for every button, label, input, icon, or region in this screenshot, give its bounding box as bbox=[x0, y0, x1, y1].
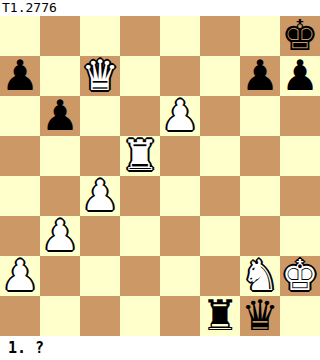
square-c5[interactable] bbox=[80, 136, 120, 176]
square-h5[interactable] bbox=[280, 136, 320, 176]
square-a5[interactable] bbox=[0, 136, 40, 176]
square-a3[interactable] bbox=[0, 216, 40, 256]
square-b5[interactable] bbox=[40, 136, 80, 176]
square-c7[interactable]: ♛ bbox=[80, 56, 120, 96]
square-b6[interactable]: ♟ bbox=[40, 96, 80, 136]
square-f7[interactable] bbox=[200, 56, 240, 96]
square-e8[interactable] bbox=[160, 16, 200, 56]
square-b4[interactable] bbox=[40, 176, 80, 216]
square-d4[interactable] bbox=[120, 176, 160, 216]
square-h7[interactable]: ♟ bbox=[280, 56, 320, 96]
square-e5[interactable] bbox=[160, 136, 200, 176]
square-d2[interactable] bbox=[120, 256, 160, 296]
white-king-piece: ♚ bbox=[281, 256, 319, 296]
square-f5[interactable] bbox=[200, 136, 240, 176]
square-b2[interactable] bbox=[40, 256, 80, 296]
square-e7[interactable] bbox=[160, 56, 200, 96]
square-e2[interactable] bbox=[160, 256, 200, 296]
white-pawn-piece: ♟ bbox=[41, 216, 79, 256]
square-g7[interactable]: ♟ bbox=[240, 56, 280, 96]
square-f2[interactable] bbox=[200, 256, 240, 296]
square-h6[interactable] bbox=[280, 96, 320, 136]
square-a6[interactable] bbox=[0, 96, 40, 136]
square-g4[interactable] bbox=[240, 176, 280, 216]
square-e4[interactable] bbox=[160, 176, 200, 216]
square-c4[interactable]: ♟ bbox=[80, 176, 120, 216]
square-a4[interactable] bbox=[0, 176, 40, 216]
white-rook-piece: ♜ bbox=[121, 136, 159, 176]
square-g6[interactable] bbox=[240, 96, 280, 136]
square-a7[interactable]: ♟ bbox=[0, 56, 40, 96]
chess-puzzle-window: T1.2776 ♚♟♛♟♟♟♟♜♟♟♟♞♚♜♛ 1. ? bbox=[0, 0, 320, 360]
square-d8[interactable] bbox=[120, 16, 160, 56]
square-f8[interactable] bbox=[200, 16, 240, 56]
square-e6[interactable]: ♟ bbox=[160, 96, 200, 136]
square-d7[interactable] bbox=[120, 56, 160, 96]
square-a1[interactable] bbox=[0, 296, 40, 336]
square-h1[interactable] bbox=[280, 296, 320, 336]
square-b1[interactable] bbox=[40, 296, 80, 336]
square-c1[interactable] bbox=[80, 296, 120, 336]
move-prompt-label: 1. ? bbox=[0, 336, 320, 360]
square-d5[interactable]: ♜ bbox=[120, 136, 160, 176]
black-king-piece: ♚ bbox=[281, 16, 319, 56]
square-c2[interactable] bbox=[80, 256, 120, 296]
square-h3[interactable] bbox=[280, 216, 320, 256]
square-d3[interactable] bbox=[120, 216, 160, 256]
square-h2[interactable]: ♚ bbox=[280, 256, 320, 296]
puzzle-id-label: T1.2776 bbox=[0, 0, 320, 16]
square-c3[interactable] bbox=[80, 216, 120, 256]
square-a2[interactable]: ♟ bbox=[0, 256, 40, 296]
square-g2[interactable]: ♞ bbox=[240, 256, 280, 296]
square-b8[interactable] bbox=[40, 16, 80, 56]
black-rook-piece: ♜ bbox=[201, 296, 239, 336]
square-b7[interactable] bbox=[40, 56, 80, 96]
black-pawn-piece: ♟ bbox=[281, 56, 319, 96]
square-f6[interactable] bbox=[200, 96, 240, 136]
white-pawn-piece: ♟ bbox=[161, 96, 199, 136]
square-d6[interactable] bbox=[120, 96, 160, 136]
square-e3[interactable] bbox=[160, 216, 200, 256]
black-pawn-piece: ♟ bbox=[41, 96, 79, 136]
square-b3[interactable]: ♟ bbox=[40, 216, 80, 256]
square-f1[interactable]: ♜ bbox=[200, 296, 240, 336]
square-c8[interactable] bbox=[80, 16, 120, 56]
square-g8[interactable] bbox=[240, 16, 280, 56]
white-knight-piece: ♞ bbox=[241, 256, 279, 296]
white-queen-piece: ♛ bbox=[81, 56, 119, 96]
chess-board: ♚♟♛♟♟♟♟♜♟♟♟♞♚♜♛ bbox=[0, 16, 320, 336]
white-pawn-piece: ♟ bbox=[81, 176, 119, 216]
square-g5[interactable] bbox=[240, 136, 280, 176]
black-pawn-piece: ♟ bbox=[1, 56, 39, 96]
square-d1[interactable] bbox=[120, 296, 160, 336]
black-pawn-piece: ♟ bbox=[241, 56, 279, 96]
square-c6[interactable] bbox=[80, 96, 120, 136]
square-f3[interactable] bbox=[200, 216, 240, 256]
black-queen-piece: ♛ bbox=[241, 296, 279, 336]
square-g3[interactable] bbox=[240, 216, 280, 256]
square-h8[interactable]: ♚ bbox=[280, 16, 320, 56]
square-h4[interactable] bbox=[280, 176, 320, 216]
square-f4[interactable] bbox=[200, 176, 240, 216]
square-e1[interactable] bbox=[160, 296, 200, 336]
white-pawn-piece: ♟ bbox=[1, 256, 39, 296]
square-g1[interactable]: ♛ bbox=[240, 296, 280, 336]
square-a8[interactable] bbox=[0, 16, 40, 56]
